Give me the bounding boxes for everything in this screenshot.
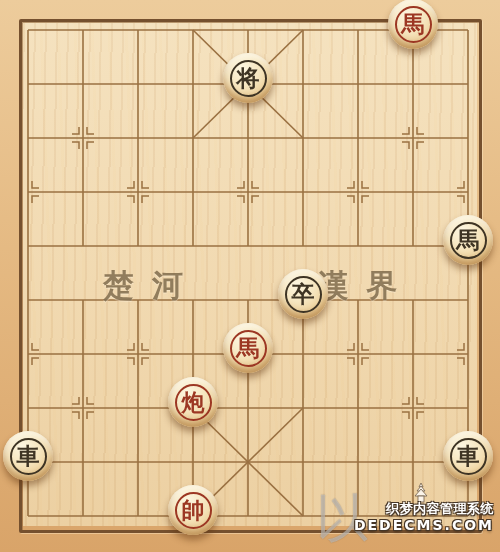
red-cannon-piece[interactable]: 炮 (168, 377, 218, 427)
point-marker (417, 412, 424, 419)
point-marker (127, 196, 134, 203)
black-general-piece[interactable]: 将 (223, 53, 273, 103)
point-marker (127, 343, 134, 350)
red-general-piece[interactable]: 帥 (168, 485, 218, 535)
black-horse-piece[interactable]: 馬 (443, 215, 493, 265)
piece-character: 炮 (182, 390, 205, 413)
red-horse-piece[interactable]: 馬 (388, 0, 438, 49)
piece-character: 将 (237, 66, 260, 89)
point-marker (87, 412, 94, 419)
point-marker (347, 343, 354, 350)
xiangqi-app-screenshot: 楚河 漢界 馬将馬卒馬炮車車帥 以 织梦内容管理系统 DEDECMS.COM (0, 0, 500, 552)
point-marker (237, 196, 244, 203)
point-marker (457, 343, 464, 350)
point-marker (402, 142, 409, 149)
point-marker (72, 142, 79, 149)
point-marker (87, 127, 94, 134)
piece-ring: 炮 (175, 384, 212, 421)
piece-ring: 馬 (230, 330, 267, 367)
piece-ring: 車 (450, 438, 487, 475)
point-marker (127, 181, 134, 188)
point-marker (142, 343, 149, 350)
point-marker (32, 181, 39, 188)
point-marker (72, 397, 79, 404)
point-marker (417, 397, 424, 404)
point-marker (32, 358, 39, 365)
point-marker (417, 127, 424, 134)
point-marker (72, 127, 79, 134)
point-marker (87, 142, 94, 149)
point-marker (72, 412, 79, 419)
piece-character: 車 (17, 444, 40, 467)
piece-character: 馬 (457, 228, 480, 251)
piece-ring: 馬 (450, 222, 487, 259)
red-horse-piece[interactable]: 馬 (223, 323, 273, 373)
point-marker (457, 181, 464, 188)
point-marker (417, 142, 424, 149)
black-chariot-piece[interactable]: 車 (3, 431, 53, 481)
point-marker (362, 358, 369, 365)
black-chariot-piece[interactable]: 車 (443, 431, 493, 481)
black-soldier-piece[interactable]: 卒 (278, 269, 328, 319)
piece-ring: 馬 (395, 6, 432, 43)
point-marker (362, 343, 369, 350)
point-marker (402, 397, 409, 404)
point-marker (32, 196, 39, 203)
point-marker (252, 196, 259, 203)
point-marker (142, 196, 149, 203)
point-marker (362, 196, 369, 203)
point-marker (237, 181, 244, 188)
point-marker (32, 343, 39, 350)
point-marker (142, 181, 149, 188)
point-marker (457, 358, 464, 365)
point-marker (252, 181, 259, 188)
point-marker (347, 196, 354, 203)
piece-ring: 車 (10, 438, 47, 475)
point-marker (362, 181, 369, 188)
piece-ring: 将 (230, 60, 267, 97)
point-marker (87, 397, 94, 404)
point-marker (402, 412, 409, 419)
point-marker (347, 181, 354, 188)
piece-character: 馬 (402, 12, 425, 35)
point-marker (457, 196, 464, 203)
piece-ring: 帥 (175, 492, 212, 529)
point-marker (142, 358, 149, 365)
piece-character: 卒 (292, 282, 315, 305)
point-marker (347, 358, 354, 365)
point-marker (127, 358, 134, 365)
piece-character: 馬 (237, 336, 260, 359)
piece-character: 車 (457, 444, 480, 467)
point-marker (402, 127, 409, 134)
piece-character: 帥 (182, 498, 205, 521)
piece-ring: 卒 (285, 276, 322, 313)
